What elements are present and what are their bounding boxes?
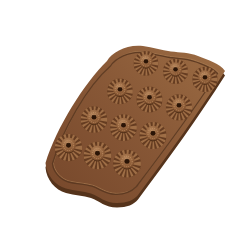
crown-cavity: [108, 82, 132, 101]
crown-cavity: [167, 98, 192, 118]
crown-cavity: [164, 62, 188, 81]
crown-cavity: [114, 153, 140, 174]
crown-cavity: [193, 70, 217, 89]
crown-cavity: [84, 145, 110, 165]
crown-cavity: [56, 138, 82, 158]
crown-cavity: [134, 54, 157, 72]
crown-cavity: [140, 126, 166, 146]
product-photo: [0, 0, 250, 250]
chocolate-mould-illustration: [0, 0, 250, 250]
crown-cavity: [111, 118, 136, 138]
crown-cavity: [137, 90, 162, 109]
crown-cavity: [81, 110, 106, 130]
